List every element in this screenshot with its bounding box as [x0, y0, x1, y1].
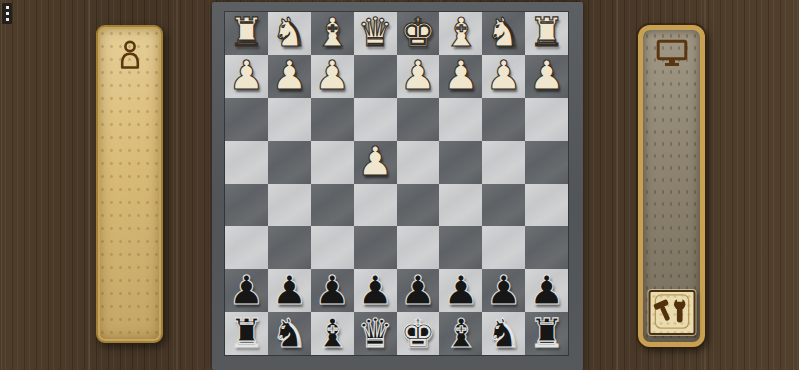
- person-icon: [118, 39, 142, 341]
- piece-white-pawn[interactable]: ♟: [357, 141, 393, 181]
- piece-white-rook[interactable]: ♜: [529, 12, 565, 52]
- square-e2[interactable]: ♟: [397, 55, 440, 98]
- square-b2[interactable]: ♟: [268, 55, 311, 98]
- square-a8[interactable]: ♜: [225, 312, 268, 355]
- square-b4[interactable]: [268, 141, 311, 184]
- overflow-menu-icon: [6, 18, 9, 21]
- square-f2[interactable]: ♟: [439, 55, 482, 98]
- square-c4[interactable]: [311, 141, 354, 184]
- square-d5[interactable]: [354, 184, 397, 227]
- piece-black-pawn[interactable]: ♟: [271, 270, 307, 310]
- square-h1[interactable]: ♜: [525, 12, 568, 55]
- piece-white-pawn[interactable]: ♟: [314, 55, 350, 95]
- square-b6[interactable]: [268, 226, 311, 269]
- piece-white-bishop[interactable]: ♝: [443, 12, 479, 52]
- square-c7[interactable]: ♟: [311, 269, 354, 312]
- square-a3[interactable]: [225, 98, 268, 141]
- square-a2[interactable]: ♟: [225, 55, 268, 98]
- piece-black-rook[interactable]: ♜: [229, 313, 265, 353]
- square-a1[interactable]: ♜: [225, 12, 268, 55]
- piece-white-knight[interactable]: ♞: [486, 12, 522, 52]
- chess-board: ♜♞♝♛♚♝♞♜♟♟♟♟♟♟♟♟♟♟♟♟♟♟♟♟♜♞♝♛♚♝♞♜: [212, 2, 583, 370]
- square-h4[interactable]: [525, 141, 568, 184]
- square-b7[interactable]: ♟: [268, 269, 311, 312]
- piece-white-bishop[interactable]: ♝: [314, 12, 350, 52]
- square-e1[interactable]: ♚: [397, 12, 440, 55]
- square-h6[interactable]: [525, 226, 568, 269]
- board-grid: ♜♞♝♛♚♝♞♜♟♟♟♟♟♟♟♟♟♟♟♟♟♟♟♟♜♞♝♛♚♝♞♜: [225, 12, 568, 355]
- square-h2[interactable]: ♟: [525, 55, 568, 98]
- piece-black-bishop[interactable]: ♝: [314, 313, 350, 353]
- square-b3[interactable]: [268, 98, 311, 141]
- square-f3[interactable]: [439, 98, 482, 141]
- piece-white-pawn[interactable]: ♟: [271, 55, 307, 95]
- square-d3[interactable]: [354, 98, 397, 141]
- app-window: ♜♞♝♛♚♝♞♜♟♟♟♟♟♟♟♟♟♟♟♟♟♟♟♟♜♞♝♛♚♝♞♜: [0, 0, 799, 370]
- square-e6[interactable]: [397, 226, 440, 269]
- square-g2[interactable]: ♟: [482, 55, 525, 98]
- piece-white-king[interactable]: ♚: [400, 12, 436, 52]
- piece-white-rook[interactable]: ♜: [229, 12, 265, 52]
- overflow-menu-button[interactable]: [2, 3, 12, 24]
- square-d6[interactable]: [354, 226, 397, 269]
- overflow-menu-icon: [6, 12, 9, 15]
- square-f8[interactable]: ♝: [439, 312, 482, 355]
- piece-black-pawn[interactable]: ♟: [486, 270, 522, 310]
- square-h8[interactable]: ♜: [525, 312, 568, 355]
- square-a6[interactable]: [225, 226, 268, 269]
- square-g6[interactable]: [482, 226, 525, 269]
- square-c1[interactable]: ♝: [311, 12, 354, 55]
- computer-monitor-icon: [656, 39, 688, 71]
- piece-black-king[interactable]: ♚: [400, 313, 436, 353]
- square-g3[interactable]: [482, 98, 525, 141]
- square-e5[interactable]: [397, 184, 440, 227]
- square-a4[interactable]: [225, 141, 268, 184]
- square-h7[interactable]: ♟: [525, 269, 568, 312]
- piece-white-pawn[interactable]: ♟: [486, 55, 522, 95]
- piece-black-pawn[interactable]: ♟: [314, 270, 350, 310]
- square-c8[interactable]: ♝: [311, 312, 354, 355]
- piece-white-pawn[interactable]: ♟: [229, 55, 265, 95]
- square-b5[interactable]: [268, 184, 311, 227]
- piece-black-pawn[interactable]: ♟: [229, 270, 265, 310]
- square-g1[interactable]: ♞: [482, 12, 525, 55]
- piece-white-pawn[interactable]: ♟: [443, 55, 479, 95]
- hammer-wrench-icon: [651, 292, 692, 334]
- square-c2[interactable]: ♟: [311, 55, 354, 98]
- piece-black-pawn[interactable]: ♟: [529, 270, 565, 310]
- square-f5[interactable]: [439, 184, 482, 227]
- square-h5[interactable]: [525, 184, 568, 227]
- square-f7[interactable]: ♟: [439, 269, 482, 312]
- piece-black-knight[interactable]: ♞: [486, 313, 522, 353]
- player-tray: [96, 25, 163, 343]
- square-f4[interactable]: [439, 141, 482, 184]
- square-c6[interactable]: [311, 226, 354, 269]
- square-a7[interactable]: ♟: [225, 269, 268, 312]
- square-e3[interactable]: [397, 98, 440, 141]
- square-e4[interactable]: [397, 141, 440, 184]
- square-d8[interactable]: ♛: [354, 312, 397, 355]
- square-h3[interactable]: [525, 98, 568, 141]
- square-a5[interactable]: [225, 184, 268, 227]
- piece-black-pawn[interactable]: ♟: [357, 270, 393, 310]
- piece-white-pawn[interactable]: ♟: [400, 55, 436, 95]
- piece-black-knight[interactable]: ♞: [271, 313, 307, 353]
- square-f1[interactable]: ♝: [439, 12, 482, 55]
- square-b8[interactable]: ♞: [268, 312, 311, 355]
- square-g7[interactable]: ♟: [482, 269, 525, 312]
- piece-white-queen[interactable]: ♛: [357, 12, 393, 52]
- square-d2[interactable]: [354, 55, 397, 98]
- square-c3[interactable]: [311, 98, 354, 141]
- piece-black-queen[interactable]: ♛: [357, 313, 393, 353]
- square-e8[interactable]: ♚: [397, 312, 440, 355]
- square-d7[interactable]: ♟: [354, 269, 397, 312]
- settings-button[interactable]: [648, 290, 695, 335]
- piece-black-rook[interactable]: ♜: [529, 313, 565, 353]
- square-d4[interactable]: ♟: [354, 141, 397, 184]
- square-b1[interactable]: ♞: [268, 12, 311, 55]
- piece-black-pawn[interactable]: ♟: [400, 270, 436, 310]
- square-f6[interactable]: [439, 226, 482, 269]
- piece-white-knight[interactable]: ♞: [271, 12, 307, 52]
- square-g4[interactable]: [482, 141, 525, 184]
- square-c5[interactable]: [311, 184, 354, 227]
- square-g5[interactable]: [482, 184, 525, 227]
- computer-tray: [638, 25, 705, 347]
- square-g8[interactable]: ♞: [482, 312, 525, 355]
- piece-black-pawn[interactable]: ♟: [443, 270, 479, 310]
- square-e7[interactable]: ♟: [397, 269, 440, 312]
- overflow-menu-icon: [6, 6, 9, 9]
- square-d1[interactable]: ♛: [354, 12, 397, 55]
- piece-white-pawn[interactable]: ♟: [529, 55, 565, 95]
- piece-black-bishop[interactable]: ♝: [443, 313, 479, 353]
